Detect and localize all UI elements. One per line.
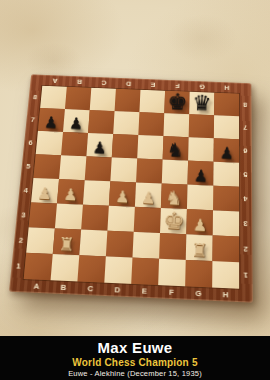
file-label-b: B: [49, 280, 77, 295]
square-b3: [55, 204, 83, 230]
square-e7: [138, 112, 164, 136]
square-a3: [29, 202, 57, 228]
board-photo: ABCDEFGH ABCDEFGH 87654321 87654321 ♚♛♟♟…: [9, 74, 253, 302]
square-b5: [59, 155, 86, 180]
square-d8: [115, 89, 141, 112]
square-f2: [159, 233, 186, 260]
square-h4: [213, 186, 239, 212]
rank-labels-right: 87654321: [239, 94, 253, 289]
square-e1: [131, 258, 159, 285]
rank-label-8: 8: [239, 94, 251, 117]
square-b7: ♟: [63, 109, 90, 133]
file-label-a: A: [42, 75, 67, 87]
square-a6: [36, 131, 63, 155]
square-c8: [90, 88, 116, 111]
square-h8: [214, 93, 239, 116]
square-e4: ♟: [135, 182, 162, 208]
rank-label-6: 6: [239, 139, 252, 163]
square-h2: [212, 235, 239, 262]
square-g2: ♜: [186, 234, 213, 261]
square-a8: [40, 86, 67, 109]
rank-label-1: 1: [239, 262, 253, 289]
square-c5: [85, 156, 112, 181]
rank-label-4: 4: [239, 187, 252, 212]
square-g7: [189, 114, 214, 138]
square-g3: ♟: [186, 209, 213, 235]
black-queen: ♛: [192, 92, 212, 114]
poster-title: Max Euwe: [98, 339, 173, 356]
file-label-g: G: [190, 81, 215, 93]
file-label-h: H: [214, 82, 239, 94]
square-a2: [26, 227, 55, 254]
square-c2: [79, 230, 107, 257]
rank-label-5: 5: [239, 163, 252, 188]
square-c4: [83, 180, 110, 206]
square-a4: ♟: [31, 178, 59, 203]
black-pawn: ♟: [44, 115, 59, 131]
file-label-d: D: [103, 283, 131, 298]
square-h6: ♟: [214, 138, 240, 163]
square-d5: [110, 157, 137, 182]
square-c7: [88, 110, 114, 134]
file-label-f: F: [165, 80, 190, 92]
white-pawn: ♟: [37, 186, 52, 203]
poster-caption: Euwe - Alekhine (December 15, 1935): [68, 369, 202, 378]
file-label-g: G: [185, 286, 212, 301]
black-knight: ♞: [167, 140, 184, 159]
square-b2: ♜: [53, 228, 81, 255]
black-king: ♚: [167, 90, 188, 113]
white-pawn: ♟: [141, 190, 156, 207]
square-h3: [213, 210, 239, 236]
square-d1: [104, 256, 132, 283]
white-pawn: ♟: [63, 187, 78, 204]
file-label-a: A: [22, 279, 50, 294]
square-a7: ♟: [38, 108, 65, 132]
file-label-b: B: [67, 76, 92, 88]
square-g8: ♛: [189, 92, 214, 115]
black-pawn: ♟: [193, 168, 208, 184]
chess-board: ♚♛♟♟♟♞♟♟♟♟♟♟♞♚♟♜♜: [24, 86, 239, 289]
file-label-h: H: [212, 287, 239, 302]
square-d7: [113, 111, 139, 135]
square-g6: [188, 137, 214, 162]
square-c1: [77, 255, 105, 282]
white-pawn: ♟: [115, 189, 130, 206]
square-g4: [187, 185, 213, 211]
square-d4: ♟: [109, 181, 136, 207]
file-label-e: E: [131, 284, 159, 299]
square-b4: ♟: [57, 179, 85, 205]
square-f5: [162, 160, 188, 185]
square-b8: [65, 87, 91, 110]
square-c3: [81, 205, 109, 231]
square-d2: [106, 231, 134, 258]
square-e3: [134, 207, 161, 233]
file-label-c: C: [76, 281, 104, 296]
square-g5: ♟: [188, 161, 214, 186]
poster-subtitle: World Chess Champion 5: [72, 357, 197, 368]
file-label-d: D: [116, 78, 141, 90]
white-rook: ♜: [191, 241, 208, 260]
square-f1: [158, 259, 186, 286]
square-f3: ♚: [160, 208, 187, 234]
black-pawn: ♟: [69, 116, 84, 132]
board-frame: ABCDEFGH ABCDEFGH 87654321 87654321 ♚♛♟♟…: [9, 74, 253, 302]
square-h5: [213, 162, 239, 187]
file-label-c: C: [91, 77, 116, 89]
square-f4: ♞: [161, 183, 188, 209]
square-e5: [136, 158, 163, 183]
square-h7: [214, 115, 239, 139]
rank-label-7: 7: [239, 116, 252, 140]
square-d6: [112, 134, 139, 158]
chess-poster: ABCDEFGH ABCDEFGH 87654321 87654321 ♚♛♟♟…: [0, 0, 270, 380]
square-e6: [137, 135, 163, 159]
square-f8: ♚: [164, 91, 189, 114]
square-e8: [139, 90, 165, 113]
rank-label-3: 3: [239, 211, 252, 237]
square-d3: [107, 206, 134, 232]
square-f6: ♞: [163, 136, 189, 160]
square-g1: [185, 260, 212, 288]
white-rook: ♜: [58, 235, 75, 254]
rank-label-2: 2: [239, 237, 252, 263]
white-knight: ♞: [165, 188, 183, 208]
file-label-f: F: [158, 285, 185, 300]
black-pawn: ♟: [92, 140, 107, 156]
square-e2: [132, 232, 160, 259]
square-b1: [51, 254, 80, 281]
square-c6: ♟: [86, 133, 113, 157]
white-pawn: ♟: [192, 217, 207, 234]
square-a5: [33, 154, 61, 179]
square-a1: [24, 253, 53, 280]
file-label-e: E: [140, 79, 165, 91]
square-f7: [163, 113, 189, 137]
black-pawn: ♟: [219, 145, 234, 161]
caption-band: Max Euwe World Chess Champion 5 Euwe - A…: [0, 336, 270, 380]
white-king: ♚: [163, 209, 185, 233]
square-b6: [61, 132, 88, 156]
square-h1: [212, 261, 239, 289]
